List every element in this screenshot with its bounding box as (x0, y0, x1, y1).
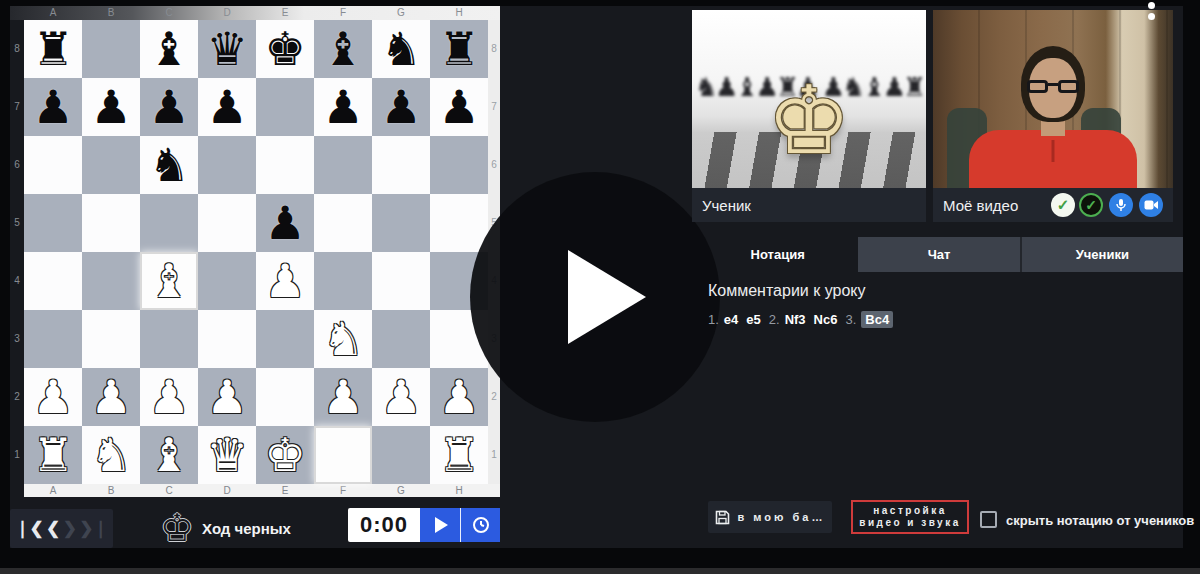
square-h5[interactable] (430, 194, 488, 252)
white-king-photo: ♚ (767, 74, 851, 168)
move-number: 2. (769, 312, 780, 327)
rank-label-6: 6 (10, 136, 24, 194)
rank-label-7: 7 (488, 78, 500, 136)
black-rook: ♜ (32, 20, 73, 78)
white-rook: ♜ (438, 426, 479, 484)
square-f6[interactable] (314, 136, 372, 194)
microphone-icon (1114, 198, 1128, 212)
square-g8[interactable]: ♞ (372, 20, 430, 78)
chess-board: ABCDEFGH 87654321 87654321 ABCDEFGH ♜♝♛♚… (10, 6, 500, 497)
square-a8[interactable]: ♜ (24, 20, 82, 78)
square-h7[interactable]: ♟ (430, 78, 488, 136)
file-label-e: E (256, 6, 314, 20)
rank-label-8: 8 (10, 20, 24, 78)
square-d2[interactable]: ♟ (198, 368, 256, 426)
black-rook: ♜ (438, 20, 479, 78)
square-b2[interactable]: ♟ (82, 368, 140, 426)
square-a2[interactable]: ♟ (24, 368, 82, 426)
board-left-coords: 87654321 (10, 20, 24, 484)
go-last-button[interactable]: ❯❘ (79, 509, 108, 548)
square-f2[interactable]: ♟ (314, 368, 372, 426)
square-g1[interactable] (372, 426, 430, 484)
square-b3[interactable] (82, 310, 140, 368)
square-f4[interactable] (314, 252, 372, 310)
bottom-strip (0, 568, 1200, 574)
square-a3[interactable] (24, 310, 82, 368)
rank-label-8: 8 (488, 20, 500, 78)
hide-notation-label: скрыть нотацию от учеников (1006, 513, 1194, 528)
file-label-b: B (82, 484, 140, 497)
square-f1[interactable] (314, 426, 372, 484)
move-number: 3. (845, 312, 856, 327)
move-Nc6[interactable]: Nc6 (814, 312, 838, 327)
white-pawn: ♟ (148, 368, 189, 426)
square-a7[interactable]: ♟ (24, 78, 82, 136)
rank-label-3: 3 (10, 310, 24, 368)
black-pawn: ♟ (380, 78, 421, 136)
file-label-c: C (140, 6, 198, 20)
black-pawn: ♟ (206, 78, 247, 136)
rank-label-2: 2 (10, 368, 24, 426)
black-king: ♚ (264, 20, 305, 78)
go-prev-button[interactable]: ❮ (46, 509, 60, 548)
file-label-g: G (372, 6, 430, 20)
black-knight: ♞ (380, 20, 421, 78)
board-bottom-coords: ABCDEFGH (24, 484, 500, 497)
white-pawn: ♟ (206, 368, 247, 426)
square-f3[interactable]: ♞ (314, 310, 372, 368)
file-label-a: A (24, 6, 82, 20)
student-video-label: Ученик (702, 197, 751, 214)
black-pawn: ♟ (322, 78, 363, 136)
black-pawn: ♟ (438, 78, 479, 136)
rank-label-6: 6 (488, 136, 500, 194)
file-label-d: D (198, 484, 256, 497)
move-Nf3[interactable]: Nf3 (785, 312, 806, 327)
file-label-h: H (430, 6, 488, 20)
student-video-bar: Ученик (692, 188, 926, 222)
tab-ученики[interactable]: Ученики (1020, 237, 1183, 272)
video-audio-settings-button[interactable]: настройка видео и звука (851, 500, 969, 534)
square-e1[interactable]: ♚ (256, 426, 314, 484)
square-e2[interactable] (256, 368, 314, 426)
black-king-icon: ♚ (160, 506, 194, 550)
square-f8[interactable]: ♝ (314, 20, 372, 78)
settings-label-line1: настройка (873, 505, 947, 517)
white-pawn: ♟ (90, 368, 131, 426)
square-d6[interactable] (198, 136, 256, 194)
tab-чат[interactable]: Чат (858, 237, 1019, 272)
right-panel-tabs: НотацияЧатУченики (697, 237, 1183, 272)
board-top-coords: ABCDEFGH (10, 6, 500, 20)
tab-нотация[interactable]: Нотация (697, 237, 858, 272)
check-confirm-icon[interactable]: ✓ (1079, 193, 1103, 217)
student-video-image: ♞♟♝♟♜♟ ♟♞♝♟♜ ♚ (692, 10, 926, 188)
square-g4[interactable] (372, 252, 430, 310)
square-b4[interactable] (82, 252, 140, 310)
square-d8[interactable]: ♛ (198, 20, 256, 78)
file-label-f: F (314, 484, 372, 497)
rank-label-1: 1 (10, 426, 24, 484)
white-rook: ♜ (32, 426, 73, 484)
teacher-video-image (933, 10, 1173, 188)
video-play-overlay-button[interactable] (470, 172, 720, 422)
camera-button[interactable] (1139, 193, 1163, 217)
white-queen: ♛ (206, 426, 247, 484)
square-b1[interactable]: ♞ (82, 426, 140, 484)
go-first-button[interactable]: ❘❮ (15, 509, 44, 548)
square-c8[interactable]: ♝ (140, 20, 198, 78)
video-control-icons: ✓ ✓ (1047, 193, 1163, 217)
square-g3[interactable] (372, 310, 430, 368)
save-to-database-button[interactable]: в мою ба… (708, 501, 832, 533)
timer-display: 0:00 (348, 508, 420, 542)
square-b7[interactable]: ♟ (82, 78, 140, 136)
square-e4[interactable]: ♟ (256, 252, 314, 310)
square-d5[interactable] (198, 194, 256, 252)
white-knight: ♞ (322, 310, 363, 368)
white-pawn: ♟ (438, 368, 479, 426)
square-d4[interactable] (198, 252, 256, 310)
square-h1[interactable]: ♜ (430, 426, 488, 484)
square-e6[interactable] (256, 136, 314, 194)
white-king: ♚ (264, 426, 305, 484)
file-label-d: D (198, 6, 256, 20)
square-a5[interactable] (24, 194, 82, 252)
white-pawn: ♟ (322, 368, 363, 426)
move-Bc4[interactable]: Bc4 (861, 311, 893, 328)
white-bishop: ♝ (148, 252, 189, 310)
rank-label-4: 4 (10, 252, 24, 310)
teacher-video-bar: Моё видео ✓ ✓ (933, 188, 1173, 222)
check-accept-icon[interactable]: ✓ (1051, 193, 1075, 217)
move-e4[interactable]: e4 (724, 312, 738, 327)
square-c1[interactable]: ♝ (140, 426, 198, 484)
start-timer-button[interactable] (420, 508, 460, 542)
square-c3[interactable] (140, 310, 198, 368)
square-g7[interactable]: ♟ (372, 78, 430, 136)
square-b5[interactable] (82, 194, 140, 252)
square-d1[interactable]: ♛ (198, 426, 256, 484)
file-label-a: A (24, 484, 82, 497)
square-c4[interactable]: ♝ (140, 252, 198, 310)
white-bishop: ♝ (148, 426, 189, 484)
shirt-placket (1052, 140, 1055, 162)
chess-lesson-app: ABCDEFGH 87654321 87654321 ABCDEFGH ♜♝♛♚… (0, 0, 1200, 574)
teacher-video-feed[interactable]: Моё видео ✓ ✓ (933, 10, 1173, 222)
file-label-e: E (256, 484, 314, 497)
square-g6[interactable] (372, 136, 430, 194)
square-c6[interactable]: ♞ (140, 136, 198, 194)
square-a4[interactable] (24, 252, 82, 310)
file-label-g: G (372, 484, 430, 497)
square-h8[interactable]: ♜ (430, 20, 488, 78)
square-a6[interactable] (24, 136, 82, 194)
go-next-button[interactable]: ❯ (63, 509, 77, 548)
white-pawn: ♟ (264, 252, 305, 310)
microphone-button[interactable] (1109, 193, 1133, 217)
square-h2[interactable]: ♟ (430, 368, 488, 426)
rank-label-1: 1 (488, 426, 500, 484)
square-e3[interactable] (256, 310, 314, 368)
rank-label-7: 7 (10, 78, 24, 136)
teacher-neck (1041, 120, 1065, 136)
white-pawn: ♟ (380, 368, 421, 426)
square-a1[interactable]: ♜ (24, 426, 82, 484)
square-b6[interactable] (82, 136, 140, 194)
rank-label-5: 5 (10, 194, 24, 252)
play-triangle-icon (568, 250, 646, 344)
black-queen: ♛ (206, 20, 247, 78)
save-icon (715, 510, 730, 525)
square-g5[interactable] (372, 194, 430, 252)
hide-notation-checkbox[interactable] (980, 511, 997, 528)
square-c5[interactable] (140, 194, 198, 252)
clock-icon (471, 515, 491, 535)
move-e5[interactable]: e5 (746, 312, 760, 327)
turn-indicator: ♚ Ход черных (160, 506, 291, 550)
white-pawn: ♟ (32, 368, 73, 426)
white-knight: ♞ (90, 426, 131, 484)
file-label-f: F (314, 6, 372, 20)
move-navigation-panel: ❘❮❮❯❯❘ (10, 509, 113, 548)
student-video-feed[interactable]: ♞♟♝♟♜♟ ♟♞♝♟♜ ♚ Ученик (692, 10, 926, 222)
board-squares: ♜♝♛♚♝♞♜♟♟♟♟♟♟♟♞♟♝♟♞♟♟♟♟♟♟♟♜♞♝♛♚♜ (24, 20, 488, 484)
square-g2[interactable]: ♟ (372, 368, 430, 426)
clock-settings-button[interactable] (460, 508, 500, 542)
timer-group: 0:00 (348, 508, 500, 542)
play-icon (435, 517, 448, 533)
black-knight: ♞ (148, 136, 189, 194)
teacher-video-label: Моё видео (943, 197, 1018, 214)
turn-label: Ход черных (202, 520, 291, 537)
file-label-c: C (140, 484, 198, 497)
black-bishop: ♝ (322, 20, 363, 78)
square-c2[interactable]: ♟ (140, 368, 198, 426)
file-label-b: B (82, 6, 140, 20)
file-label-h: H (430, 484, 488, 497)
square-h6[interactable] (430, 136, 488, 194)
black-pawn: ♟ (32, 78, 73, 136)
square-e5[interactable]: ♟ (256, 194, 314, 252)
square-e7[interactable] (256, 78, 314, 136)
black-pawn: ♟ (90, 78, 131, 136)
teacher-glasses (1027, 80, 1079, 94)
notation-heading: Комментарии к уроку (708, 282, 865, 300)
square-d3[interactable] (198, 310, 256, 368)
move-list: 1.e4e52.Nf3Nc63.Bc4 (708, 312, 893, 327)
video-menu-icon[interactable] (1148, 2, 1156, 24)
move-number: 1. (708, 312, 719, 327)
square-d7[interactable]: ♟ (198, 78, 256, 136)
square-f7[interactable]: ♟ (314, 78, 372, 136)
square-b8[interactable] (82, 20, 140, 78)
black-bishop: ♝ (148, 20, 189, 78)
settings-label-line2: видео и звука (859, 517, 961, 529)
square-f5[interactable] (314, 194, 372, 252)
square-e8[interactable]: ♚ (256, 20, 314, 78)
save-button-label: в мою ба… (738, 511, 826, 523)
camera-icon (1144, 199, 1159, 211)
black-pawn: ♟ (148, 78, 189, 136)
black-pawn: ♟ (264, 194, 305, 252)
square-c7[interactable]: ♟ (140, 78, 198, 136)
